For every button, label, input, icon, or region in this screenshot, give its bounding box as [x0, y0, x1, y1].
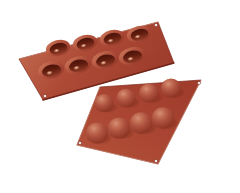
hanging-hole — [43, 94, 46, 97]
half-sphere-dome — [139, 84, 159, 103]
product-photo: Product photo: terracotta-red silicone b… — [0, 0, 240, 193]
half-sphere-dome — [152, 107, 174, 128]
silicone-mold-scene: Product photo: terracotta-red silicone b… — [0, 0, 240, 193]
hanging-hole — [78, 141, 81, 144]
half-sphere-dome — [130, 112, 152, 133]
hanging-hole — [154, 159, 157, 162]
half-sphere-dome — [116, 89, 135, 107]
hanging-hole — [154, 23, 157, 26]
half-sphere-dome — [161, 79, 181, 98]
hanging-hole — [197, 81, 200, 84]
half-sphere-dome — [95, 94, 114, 112]
half-sphere-dome — [86, 123, 108, 144]
half-sphere-dome — [108, 118, 130, 139]
